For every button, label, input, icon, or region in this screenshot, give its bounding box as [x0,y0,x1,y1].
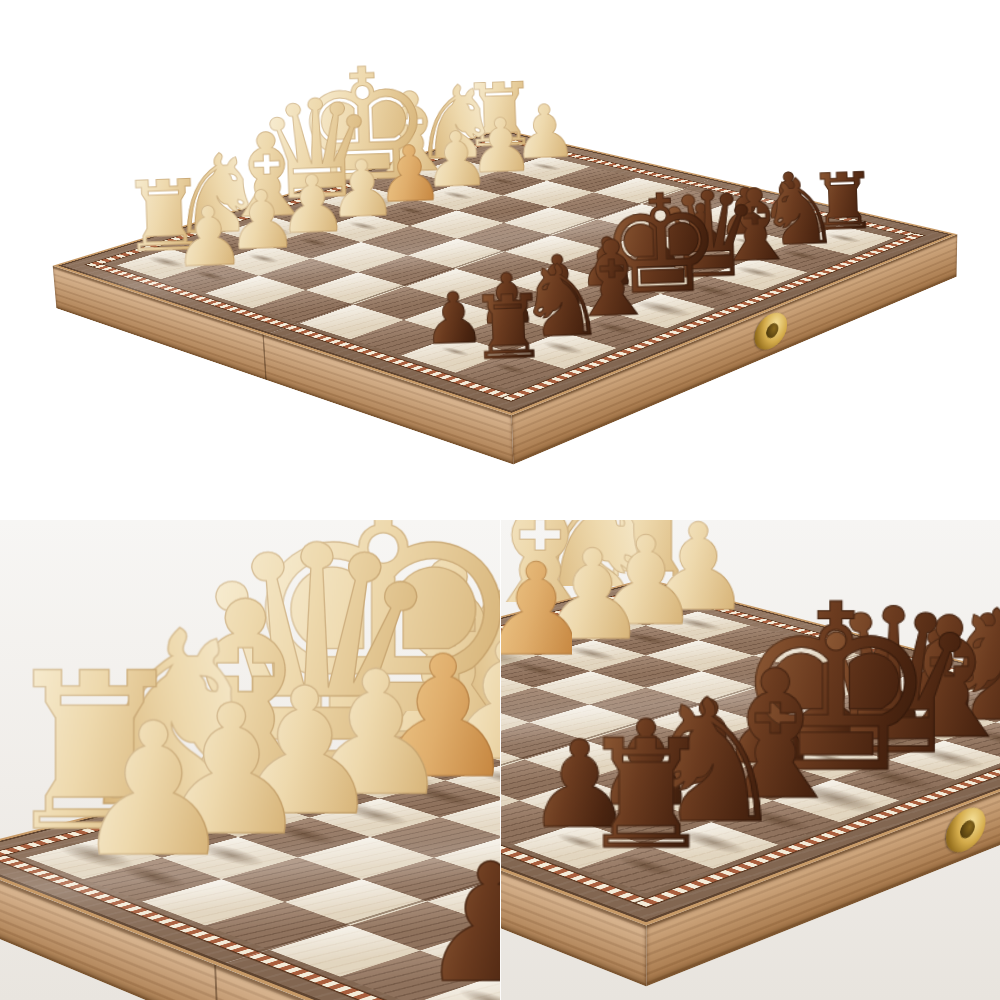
rook-glyph: ♜ [468,283,549,373]
pawn-glyph: ♟ [71,699,235,882]
fold-seam-side [214,964,219,1000]
folding-chess-box: ♜♞♝♚♛♝♞♜♟♟♟♟♟♟♟♟♜♞♝♛♚♝♞♜♟♟♟♟♟♟♟♟ [500,579,1000,926]
full-set-photo-panel: ♜♞♝♚♛♝♞♜♟♟♟♟♟♟♟♟♜♞♝♛♚♝♞♜♟♟♟♟♟♟♟♟ [0,0,1000,520]
full-set-board-scene: ♜♞♝♚♛♝♞♜♟♟♟♟♟♟♟♟♜♞♝♛♚♝♞♜♟♟♟♟♟♟♟♟ [0,0,1000,520]
dark-closeup-board-scene: ♜♞♝♚♛♝♞♜♟♟♟♟♟♟♟♟♜♞♝♛♚♝♞♜♟♟♟♟♟♟♟♟ [501,520,1000,1000]
knight-glyph: ♞ [413,535,499,751]
pawn-glyph: ♟ [171,195,247,279]
rook-glyph: ♜ [578,720,713,870]
white-pieces-closeup-panel: ♜♞♝♚♛♝♞♜♟♟♟♟♟♟♟♟♜♞♝♛♚♝♞♜♟♟♟♟♟♟♟♟ [0,520,500,1000]
white-closeup-board-scene: ♜♞♝♚♛♝♞♜♟♟♟♟♟♟♟♟♜♞♝♛♚♝♞♜♟♟♟♟♟♟♟♟ [0,520,500,1000]
folding-chess-box: ♜♞♝♚♛♝♞♜♟♟♟♟♟♟♟♟♜♞♝♛♚♝♞♜♟♟♟♟♟♟♟♟ [0,694,500,1000]
product-photo-collage: ♜♞♝♚♛♝♞♜♟♟♟♟♟♟♟♟♜♞♝♛♚♝♞♜♟♟♟♟♟♟♟♟ ♜♞♝♚♛♝♞… [0,0,1000,1000]
piece-white-knight-b1: ♞ [413,535,499,751]
piece-black-rook-h8: ♜ [468,283,549,373]
piece-black-rook-h8: ♜ [478,830,500,1000]
brass-latch-icon [754,307,787,355]
folding-chess-box: ♜♞♝♚♛♝♞♜♟♟♟♟♟♟♟♟♜♞♝♛♚♝♞♜♟♟♟♟♟♟♟♟ [53,129,958,415]
brass-latch-icon [945,802,986,859]
dark-pieces-closeup-panel: ♜♞♝♚♛♝♞♜♟♟♟♟♟♟♟♟♜♞♝♛♚♝♞♜♟♟♟♟♟♟♟♟ [500,520,1000,1000]
fold-seam-side [262,334,266,380]
piece-white-pawn-h2: ♟ [71,699,235,882]
rook-glyph: ♜ [478,830,500,1000]
piece-white-pawn-h2: ♟ [171,195,247,279]
rook-glyph: ♜ [486,547,499,734]
piece-black-rook-h8: ♜ [578,720,713,870]
closeup-row: ♜♞♝♚♛♝♞♜♟♟♟♟♟♟♟♟♜♞♝♛♚♝♞♜♟♟♟♟♟♟♟♟ ♜♞♝♚♛♝♞… [0,520,1000,1000]
piece-white-rook-a1: ♜ [486,547,499,734]
